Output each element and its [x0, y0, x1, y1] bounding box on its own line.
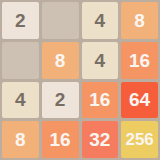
- empty-cell: [2, 42, 39, 79]
- tile-256: 256: [121, 121, 158, 158]
- empty-cell: [42, 2, 79, 39]
- tile-4: 4: [82, 42, 119, 79]
- tile-8: 8: [2, 121, 39, 158]
- tile-16: 16: [82, 82, 119, 119]
- tile-2: 2: [42, 82, 79, 119]
- tile-64: 64: [121, 82, 158, 119]
- tile-16: 16: [42, 121, 79, 158]
- tile-4: 4: [82, 2, 119, 39]
- tile-8: 8: [42, 42, 79, 79]
- tile-16: 16: [121, 42, 158, 79]
- tile-32: 32: [82, 121, 119, 158]
- tile-8: 8: [121, 2, 158, 39]
- tile-4: 4: [2, 82, 39, 119]
- 2048-board[interactable]: 248841642166481632256: [0, 0, 160, 160]
- tile-2: 2: [2, 2, 39, 39]
